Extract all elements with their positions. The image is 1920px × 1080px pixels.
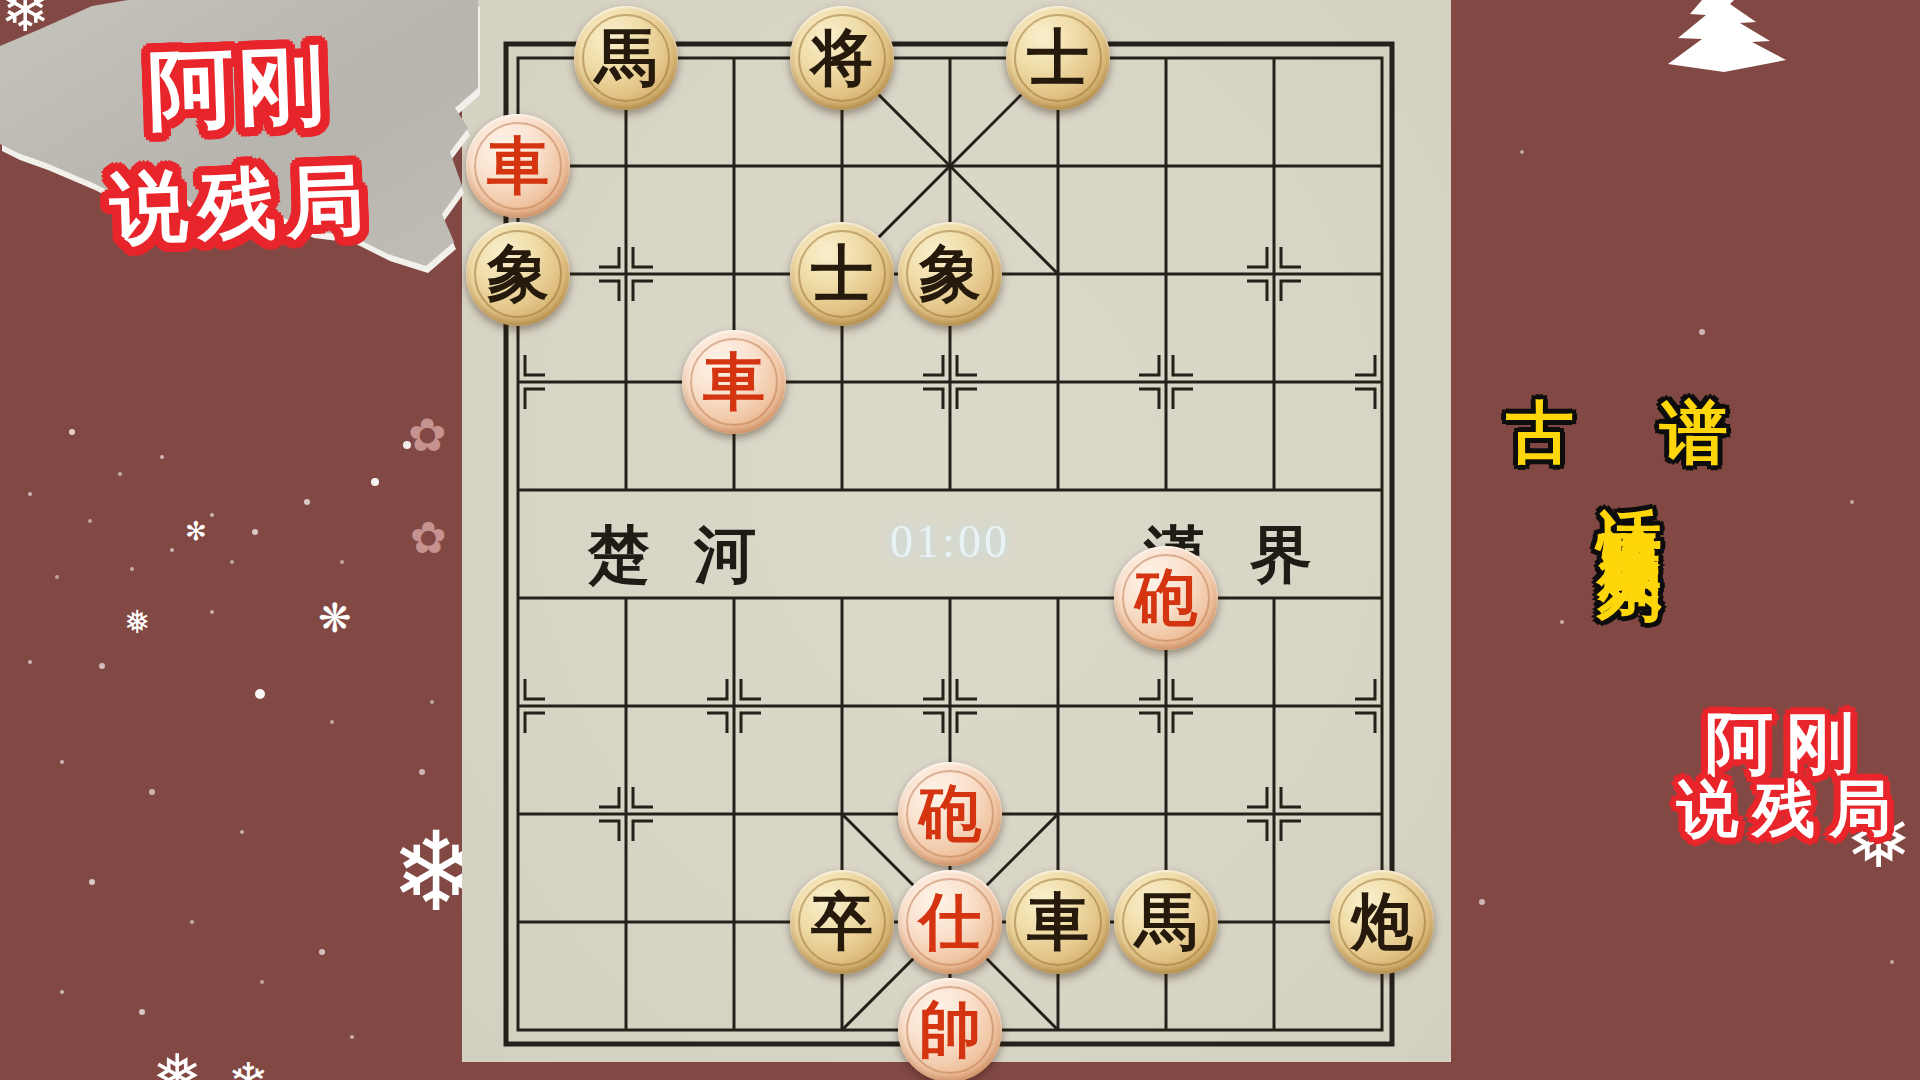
piece-砲-r7c4[interactable]: 砲 [898, 762, 1002, 866]
piece-車-r1c0[interactable]: 車 [466, 114, 570, 218]
left-banner-subtitle: 说残局 [0, 145, 483, 267]
piece-馬-r0c1[interactable]: 馬 [574, 6, 678, 110]
piece-将-r0c3[interactable]: 将 [790, 6, 894, 110]
piece-士-r2c3[interactable]: 士 [790, 222, 894, 326]
left-banner: 阿刚 说残局 [0, 22, 484, 267]
piece-馬-r8c6[interactable]: 馬 [1114, 870, 1218, 974]
snowflake-icon: ❅ [152, 1046, 202, 1080]
piece-士-r0c5[interactable]: 士 [1006, 6, 1110, 110]
piece-象-r2c0[interactable]: 象 [466, 222, 570, 326]
snowflake-icon: ❅ [124, 606, 151, 638]
channel-name-2: 说残局 [1677, 767, 1905, 851]
piece-車-r8c5[interactable]: 車 [1006, 870, 1110, 974]
piece-象-r2c4[interactable]: 象 [898, 222, 1002, 326]
snowflake-icon: ❋ [318, 598, 352, 638]
flower-icon: ✿ [408, 412, 447, 458]
piece-砲-r5c6[interactable]: 砲 [1114, 546, 1218, 650]
piece-仕-r8c4[interactable]: 仕 [898, 870, 1002, 974]
river-label-left: 楚河 [587, 521, 800, 589]
game-timer: 01:00 [890, 516, 1010, 567]
flower-icon: ✿ [410, 516, 447, 560]
piece-車-r3c2[interactable]: 車 [682, 330, 786, 434]
piece-帥-r9c4[interactable]: 帥 [898, 978, 1002, 1080]
piece-炮-r8c8[interactable]: 炮 [1330, 870, 1434, 974]
left-banner-title: 阿刚 [0, 22, 480, 156]
page-background: { "game": "xiangqi", "position": { "fen"… [0, 0, 1920, 1080]
snowflake-icon: ✻ [185, 518, 207, 544]
series-subtitle-vertical: 适情雅趣系列 [1586, 455, 1673, 521]
christmas-tree-icon [1666, 0, 1798, 76]
snowflake-icon: ❄ [228, 1056, 268, 1080]
piece-卒-r8c3[interactable]: 卒 [790, 870, 894, 974]
